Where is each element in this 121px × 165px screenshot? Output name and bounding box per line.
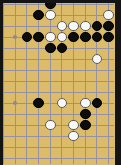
intersection-c10-r13[interactable] xyxy=(103,131,115,142)
intersection-c6-r15[interactable] xyxy=(56,153,68,164)
intersection-c9-r15[interactable] xyxy=(91,153,103,164)
intersection-c8-r10[interactable] xyxy=(79,98,91,109)
intersection-c10-r14[interactable] xyxy=(103,142,115,153)
intersection-c7-r13[interactable] xyxy=(68,131,80,142)
black-stone[interactable] xyxy=(68,32,79,43)
intersection-c3-r7[interactable] xyxy=(21,65,33,76)
intersection-c10-r12[interactable] xyxy=(103,120,115,131)
intersection-c5-r2[interactable] xyxy=(44,10,56,21)
white-stone[interactable] xyxy=(80,98,91,109)
intersection-c7-r15[interactable] xyxy=(68,153,80,164)
intersection-c4-r13[interactable] xyxy=(33,131,45,142)
intersection-c3-r10[interactable] xyxy=(21,98,33,109)
intersection-c2-r9[interactable] xyxy=(9,87,21,98)
intersection-c5-r5[interactable] xyxy=(44,43,56,54)
black-stone[interactable] xyxy=(80,109,91,120)
intersection-c4-r7[interactable] xyxy=(33,65,45,76)
intersection-c5-r9[interactable] xyxy=(44,87,56,98)
white-stone[interactable] xyxy=(45,32,56,43)
intersection-c5-r14[interactable] xyxy=(44,142,56,153)
intersection-c6-r14[interactable] xyxy=(56,142,68,153)
intersection-c3-r8[interactable] xyxy=(21,76,33,87)
intersection-c10-r6[interactable] xyxy=(103,54,115,65)
go-board[interactable] xyxy=(0,0,114,164)
intersection-c7-r12[interactable] xyxy=(68,120,80,131)
intersection-c9-r12[interactable] xyxy=(91,120,103,131)
intersection-c4-r14[interactable] xyxy=(33,142,45,153)
white-stone[interactable] xyxy=(45,120,56,131)
black-stone[interactable] xyxy=(103,21,114,32)
intersection-c8-r9[interactable] xyxy=(79,87,91,98)
intersection-c7-r10[interactable] xyxy=(68,98,80,109)
intersection-c6-r4[interactable] xyxy=(56,32,68,43)
intersection-c3-r13[interactable] xyxy=(21,131,33,142)
intersection-c10-r9[interactable] xyxy=(103,87,115,98)
intersection-c5-r11[interactable] xyxy=(44,109,56,120)
intersection-c4-r11[interactable] xyxy=(33,109,45,120)
black-stone[interactable] xyxy=(22,32,33,43)
white-stone[interactable] xyxy=(57,32,68,43)
intersection-c7-r9[interactable] xyxy=(68,87,80,98)
intersection-c3-r3[interactable] xyxy=(21,21,33,32)
intersection-c6-r13[interactable] xyxy=(56,131,68,142)
intersection-c3-r15[interactable] xyxy=(21,153,33,164)
intersection-c7-r3[interactable] xyxy=(68,21,80,32)
intersection-c10-r15[interactable] xyxy=(103,153,115,164)
intersection-c3-r6[interactable] xyxy=(21,54,33,65)
intersection-c7-r6[interactable] xyxy=(68,54,80,65)
intersection-c6-r9[interactable] xyxy=(56,87,68,98)
white-stone[interactable] xyxy=(103,10,114,21)
intersection-c3-r14[interactable] xyxy=(21,142,33,153)
intersection-c2-r10[interactable] xyxy=(9,98,21,109)
intersection-c4-r12[interactable] xyxy=(33,120,45,131)
intersection-c5-r13[interactable] xyxy=(44,131,56,142)
intersection-c6-r3[interactable] xyxy=(56,21,68,32)
intersection-c9-r2[interactable] xyxy=(91,10,103,21)
intersection-c3-r4[interactable] xyxy=(21,32,33,43)
intersection-c2-r4[interactable] xyxy=(9,32,21,43)
intersection-c3-r12[interactable] xyxy=(21,120,33,131)
black-stone[interactable] xyxy=(33,98,44,109)
intersection-c8-r7[interactable] xyxy=(79,65,91,76)
intersection-c2-r3[interactable] xyxy=(9,21,21,32)
white-stone[interactable] xyxy=(57,21,68,32)
intersection-c5-r3[interactable] xyxy=(44,21,56,32)
intersection-c2-r5[interactable] xyxy=(9,43,21,54)
intersection-c9-r6[interactable] xyxy=(91,54,103,65)
intersection-c3-r2[interactable] xyxy=(21,10,33,21)
intersection-c4-r8[interactable] xyxy=(33,76,45,87)
intersection-c7-r4[interactable] xyxy=(68,32,80,43)
intersection-c6-r12[interactable] xyxy=(56,120,68,131)
intersection-c10-r8[interactable] xyxy=(103,76,115,87)
white-stone[interactable] xyxy=(45,10,56,21)
intersection-c4-r15[interactable] xyxy=(33,153,45,164)
intersection-c5-r7[interactable] xyxy=(44,65,56,76)
black-stone[interactable] xyxy=(33,10,44,21)
intersection-c5-r6[interactable] xyxy=(44,54,56,65)
star-point xyxy=(13,101,17,105)
intersection-c5-r12[interactable] xyxy=(44,120,56,131)
intersection-c7-r11[interactable] xyxy=(68,109,80,120)
intersection-c2-r6[interactable] xyxy=(9,54,21,65)
intersection-c8-r2[interactable] xyxy=(79,10,91,21)
intersection-c2-r7[interactable] xyxy=(9,65,21,76)
intersection-c7-r2[interactable] xyxy=(68,10,80,21)
intersection-c4-r3[interactable] xyxy=(33,21,45,32)
black-stone[interactable] xyxy=(92,32,103,43)
white-stone[interactable] xyxy=(68,120,79,131)
intersection-c9-r11[interactable] xyxy=(91,109,103,120)
intersection-c3-r11[interactable] xyxy=(21,109,33,120)
intersection-c8-r12[interactable] xyxy=(79,120,91,131)
intersection-c2-r12[interactable] xyxy=(9,120,21,131)
intersection-c2-r15[interactable] xyxy=(9,153,21,164)
intersection-c10-r2[interactable] xyxy=(103,10,115,21)
intersection-c6-r10[interactable] xyxy=(56,98,68,109)
intersection-c6-r2[interactable] xyxy=(56,10,68,21)
black-stone[interactable] xyxy=(80,120,91,131)
white-stone[interactable] xyxy=(68,131,79,142)
intersection-c9-r7[interactable] xyxy=(91,65,103,76)
intersection-c4-r2[interactable] xyxy=(33,10,45,21)
intersection-c2-r8[interactable] xyxy=(9,76,21,87)
intersection-c9-r9[interactable] xyxy=(91,87,103,98)
intersection-c3-r9[interactable] xyxy=(21,87,33,98)
intersection-c9-r3[interactable] xyxy=(91,21,103,32)
intersection-c2-r11[interactable] xyxy=(9,109,21,120)
go-app-viewport xyxy=(0,0,121,165)
intersection-c8-r15[interactable] xyxy=(79,153,91,164)
intersection-c8-r4[interactable] xyxy=(79,32,91,43)
black-stone[interactable] xyxy=(57,43,68,54)
intersection-c8-r5[interactable] xyxy=(79,43,91,54)
intersection-c9-r10[interactable] xyxy=(91,98,103,109)
black-stone[interactable] xyxy=(92,98,103,109)
intersection-c6-r7[interactable] xyxy=(56,65,68,76)
white-stone[interactable] xyxy=(68,21,79,32)
white-stone[interactable] xyxy=(57,98,68,109)
board-crop-edge-left xyxy=(0,0,3,165)
intersection-c3-r5[interactable] xyxy=(21,43,33,54)
black-stone[interactable] xyxy=(103,32,114,43)
intersection-c10-r11[interactable] xyxy=(103,109,115,120)
intersection-c6-r11[interactable] xyxy=(56,109,68,120)
intersection-c10-r10[interactable] xyxy=(103,98,115,109)
intersection-c8-r3[interactable] xyxy=(79,21,91,32)
intersection-c8-r11[interactable] xyxy=(79,109,91,120)
white-stone[interactable] xyxy=(92,54,103,65)
intersection-c10-r7[interactable] xyxy=(103,65,115,76)
intersection-c4-r5[interactable] xyxy=(33,43,45,54)
intersection-c8-r6[interactable] xyxy=(79,54,91,65)
intersection-c4-r6[interactable] xyxy=(33,54,45,65)
intersection-c9-r4[interactable] xyxy=(91,32,103,43)
intersection-c4-r4[interactable] xyxy=(33,32,45,43)
black-stone[interactable] xyxy=(33,32,44,43)
intersection-c5-r4[interactable] xyxy=(44,32,56,43)
black-stone[interactable] xyxy=(80,32,91,43)
intersection-c10-r3[interactable] xyxy=(103,21,115,32)
intersection-c4-r10[interactable] xyxy=(33,98,45,109)
intersection-c6-r5[interactable] xyxy=(56,43,68,54)
intersection-c7-r8[interactable] xyxy=(68,76,80,87)
board-crop-edge-top xyxy=(0,0,121,3)
intersection-c8-r8[interactable] xyxy=(79,76,91,87)
board-crop-edge-right xyxy=(115,0,121,165)
black-stone[interactable] xyxy=(45,43,56,54)
white-stone[interactable] xyxy=(80,21,91,32)
intersection-c2-r13[interactable] xyxy=(9,131,21,142)
intersection-c9-r8[interactable] xyxy=(91,76,103,87)
intersection-c5-r10[interactable] xyxy=(44,98,56,109)
intersection-c6-r6[interactable] xyxy=(56,54,68,65)
intersection-c9-r14[interactable] xyxy=(91,142,103,153)
intersection-c5-r15[interactable] xyxy=(44,153,56,164)
intersection-c10-r4[interactable] xyxy=(103,32,115,43)
intersection-c8-r13[interactable] xyxy=(79,131,91,142)
intersection-c2-r14[interactable] xyxy=(9,142,21,153)
intersection-c6-r8[interactable] xyxy=(56,76,68,87)
black-stone[interactable] xyxy=(92,21,103,32)
star-point xyxy=(13,35,17,39)
intersection-c4-r9[interactable] xyxy=(33,87,45,98)
intersection-c10-r5[interactable] xyxy=(103,43,115,54)
intersection-c7-r5[interactable] xyxy=(68,43,80,54)
intersection-c5-r8[interactable] xyxy=(44,76,56,87)
intersection-c8-r14[interactable] xyxy=(79,142,91,153)
intersection-c9-r13[interactable] xyxy=(91,131,103,142)
intersection-c2-r2[interactable] xyxy=(9,10,21,21)
intersection-c7-r7[interactable] xyxy=(68,65,80,76)
intersection-c7-r14[interactable] xyxy=(68,142,80,153)
intersection-c9-r5[interactable] xyxy=(91,43,103,54)
